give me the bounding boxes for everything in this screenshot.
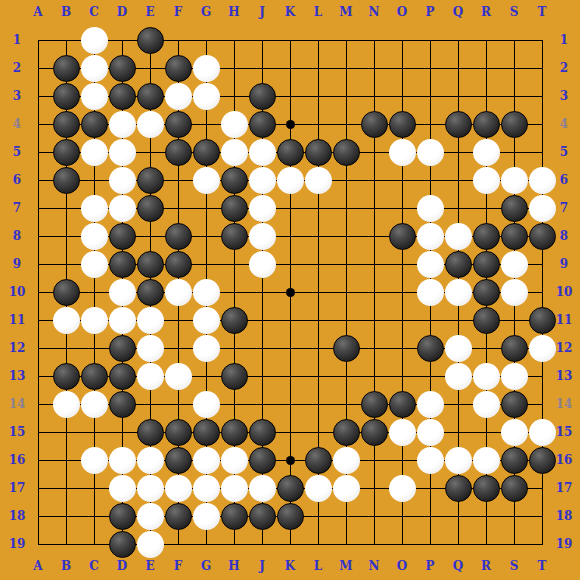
white-stone-g6 (193, 167, 220, 194)
black-stone-o4 (389, 111, 416, 138)
black-stone-h6 (221, 167, 248, 194)
col-label-top-q: Q (453, 6, 463, 18)
white-stone-f3 (165, 83, 192, 110)
black-stone-b5 (53, 139, 80, 166)
col-label-bottom-l: L (314, 560, 322, 572)
white-stone-l6 (305, 167, 332, 194)
black-stone-g15 (193, 419, 220, 446)
row-label-left-4: 4 (13, 118, 21, 130)
white-stone-d11 (109, 307, 136, 334)
black-stone-f2 (165, 55, 192, 82)
row-label-right-8: 8 (560, 230, 568, 242)
white-stone-q12 (445, 335, 472, 362)
col-label-top-c: C (89, 6, 99, 18)
row-label-left-10: 10 (9, 286, 26, 298)
white-stone-g11 (193, 307, 220, 334)
white-stone-o15 (389, 419, 416, 446)
white-stone-e16 (137, 447, 164, 474)
black-stone-b2 (53, 55, 80, 82)
white-stone-g14 (193, 391, 220, 418)
col-label-top-t: T (538, 6, 547, 18)
white-stone-t6 (529, 167, 556, 194)
white-stone-r6 (473, 167, 500, 194)
white-stone-b11 (53, 307, 80, 334)
white-stone-g17 (193, 475, 220, 502)
white-stone-j6 (249, 167, 276, 194)
white-stone-j8 (249, 223, 276, 250)
white-stone-d17 (109, 475, 136, 502)
row-label-left-11: 11 (9, 314, 26, 326)
black-stone-d13 (109, 363, 136, 390)
white-stone-j17 (249, 475, 276, 502)
white-stone-r16 (473, 447, 500, 474)
black-stone-s16 (501, 447, 528, 474)
white-stone-e11 (137, 307, 164, 334)
white-stone-g12 (193, 335, 220, 362)
col-label-bottom-d: D (117, 560, 127, 572)
black-stone-f15 (165, 419, 192, 446)
col-label-bottom-o: O (397, 560, 407, 572)
col-label-bottom-s: S (510, 560, 519, 572)
white-stone-c7 (81, 195, 108, 222)
row-label-right-9: 9 (560, 258, 568, 270)
row-label-right-17: 17 (556, 482, 573, 494)
black-stone-s4 (501, 111, 528, 138)
white-stone-d7 (109, 195, 136, 222)
black-stone-l16 (305, 447, 332, 474)
white-stone-e12 (137, 335, 164, 362)
black-stone-e6 (137, 167, 164, 194)
white-stone-e4 (137, 111, 164, 138)
black-stone-b13 (53, 363, 80, 390)
black-stone-j18 (249, 503, 276, 530)
black-stone-k17 (277, 475, 304, 502)
row-label-right-13: 13 (556, 370, 573, 382)
row-label-right-16: 16 (556, 454, 573, 466)
row-label-left-16: 16 (9, 454, 26, 466)
white-stone-g10 (193, 279, 220, 306)
black-stone-l5 (305, 139, 332, 166)
white-stone-p8 (417, 223, 444, 250)
white-stone-s15 (501, 419, 528, 446)
col-label-bottom-t: T (538, 560, 547, 572)
white-stone-p9 (417, 251, 444, 278)
black-stone-j4 (249, 111, 276, 138)
row-label-left-19: 19 (9, 538, 26, 550)
black-stone-s14 (501, 391, 528, 418)
row-label-right-5: 5 (560, 146, 568, 158)
black-stone-d18 (109, 503, 136, 530)
white-stone-g3 (193, 83, 220, 110)
row-label-left-7: 7 (13, 202, 21, 214)
white-stone-c9 (81, 251, 108, 278)
white-stone-t7 (529, 195, 556, 222)
white-stone-s6 (501, 167, 528, 194)
white-stone-p10 (417, 279, 444, 306)
col-label-bottom-h: H (228, 560, 239, 572)
white-stone-c1 (81, 27, 108, 54)
white-stone-c2 (81, 55, 108, 82)
col-label-bottom-m: M (339, 560, 352, 572)
col-label-top-d: D (117, 6, 127, 18)
black-stone-n15 (361, 419, 388, 446)
white-stone-h16 (221, 447, 248, 474)
white-stone-d10 (109, 279, 136, 306)
row-label-right-11: 11 (556, 314, 573, 326)
black-stone-s7 (501, 195, 528, 222)
black-stone-j3 (249, 83, 276, 110)
white-stone-t12 (529, 335, 556, 362)
white-stone-c14 (81, 391, 108, 418)
black-stone-q17 (445, 475, 472, 502)
white-stone-d16 (109, 447, 136, 474)
col-label-bottom-b: B (61, 560, 71, 572)
white-stone-o5 (389, 139, 416, 166)
row-label-right-3: 3 (560, 90, 568, 102)
row-label-left-9: 9 (13, 258, 21, 270)
white-stone-e17 (137, 475, 164, 502)
black-stone-e15 (137, 419, 164, 446)
col-label-bottom-j: J (259, 560, 265, 572)
white-stone-c5 (81, 139, 108, 166)
black-stone-d2 (109, 55, 136, 82)
col-label-top-a: A (33, 6, 42, 18)
col-label-top-m: M (339, 6, 352, 18)
col-label-bottom-f: F (174, 560, 183, 572)
col-label-top-f: F (174, 6, 183, 18)
black-stone-r17 (473, 475, 500, 502)
black-stone-h7 (221, 195, 248, 222)
row-label-left-17: 17 (9, 482, 26, 494)
col-label-top-o: O (397, 6, 407, 18)
black-stone-f8 (165, 223, 192, 250)
white-stone-f17 (165, 475, 192, 502)
white-stone-r13 (473, 363, 500, 390)
white-stone-c16 (81, 447, 108, 474)
black-stone-h18 (221, 503, 248, 530)
row-label-left-12: 12 (9, 342, 26, 354)
black-stone-p12 (417, 335, 444, 362)
row-label-left-1: 1 (13, 34, 21, 46)
black-stone-r8 (473, 223, 500, 250)
row-label-left-6: 6 (13, 174, 21, 186)
black-stone-c4 (81, 111, 108, 138)
col-label-bottom-c: C (89, 560, 99, 572)
row-label-right-14: 14 (556, 398, 573, 410)
col-label-top-s: S (510, 6, 519, 18)
black-stone-f9 (165, 251, 192, 278)
black-stone-j16 (249, 447, 276, 474)
row-label-left-2: 2 (13, 62, 21, 74)
white-stone-r5 (473, 139, 500, 166)
white-stone-c3 (81, 83, 108, 110)
white-stone-d4 (109, 111, 136, 138)
black-stone-h13 (221, 363, 248, 390)
black-stone-o8 (389, 223, 416, 250)
white-stone-j9 (249, 251, 276, 278)
white-stone-q8 (445, 223, 472, 250)
col-label-bottom-a: A (33, 560, 42, 572)
black-stone-h11 (221, 307, 248, 334)
black-stone-d8 (109, 223, 136, 250)
black-stone-m12 (333, 335, 360, 362)
black-stone-n14 (361, 391, 388, 418)
white-stone-p15 (417, 419, 444, 446)
black-stone-r11 (473, 307, 500, 334)
black-stone-s17 (501, 475, 528, 502)
white-stone-d5 (109, 139, 136, 166)
white-stone-j5 (249, 139, 276, 166)
white-stone-f10 (165, 279, 192, 306)
black-stone-e9 (137, 251, 164, 278)
black-stone-s12 (501, 335, 528, 362)
white-stone-g2 (193, 55, 220, 82)
row-label-right-1: 1 (560, 34, 568, 46)
black-stone-e10 (137, 279, 164, 306)
col-label-top-l: L (314, 6, 322, 18)
white-stone-e18 (137, 503, 164, 530)
white-stone-p5 (417, 139, 444, 166)
white-stone-l17 (305, 475, 332, 502)
row-label-right-12: 12 (556, 342, 573, 354)
star-point-k4 (286, 120, 295, 129)
black-stone-b10 (53, 279, 80, 306)
white-stone-h17 (221, 475, 248, 502)
black-stone-o14 (389, 391, 416, 418)
black-stone-b4 (53, 111, 80, 138)
white-stone-t15 (529, 419, 556, 446)
white-stone-p16 (417, 447, 444, 474)
row-label-right-2: 2 (560, 62, 568, 74)
black-stone-b3 (53, 83, 80, 110)
black-stone-r4 (473, 111, 500, 138)
black-stone-d19 (109, 531, 136, 558)
black-stone-t11 (529, 307, 556, 334)
star-point-k16 (286, 456, 295, 465)
white-stone-e13 (137, 363, 164, 390)
black-stone-j15 (249, 419, 276, 446)
black-stone-q4 (445, 111, 472, 138)
black-stone-d3 (109, 83, 136, 110)
black-stone-h15 (221, 419, 248, 446)
black-stone-t16 (529, 447, 556, 474)
col-label-bottom-q: Q (453, 560, 463, 572)
black-stone-e1 (137, 27, 164, 54)
row-label-right-19: 19 (556, 538, 573, 550)
white-stone-o17 (389, 475, 416, 502)
col-label-top-n: N (369, 6, 380, 18)
row-label-left-15: 15 (9, 426, 26, 438)
col-label-top-k: K (285, 6, 295, 18)
col-label-top-p: P (425, 6, 434, 18)
col-label-bottom-k: K (285, 560, 295, 572)
white-stone-r14 (473, 391, 500, 418)
black-stone-f18 (165, 503, 192, 530)
row-label-right-6: 6 (560, 174, 568, 186)
black-stone-s8 (501, 223, 528, 250)
black-stone-t8 (529, 223, 556, 250)
black-stone-f5 (165, 139, 192, 166)
black-stone-m5 (333, 139, 360, 166)
white-stone-p7 (417, 195, 444, 222)
white-stone-q13 (445, 363, 472, 390)
col-label-top-h: H (228, 6, 239, 18)
white-stone-d6 (109, 167, 136, 194)
black-stone-q9 (445, 251, 472, 278)
row-label-right-15: 15 (556, 426, 573, 438)
black-stone-f4 (165, 111, 192, 138)
black-stone-m15 (333, 419, 360, 446)
black-stone-n4 (361, 111, 388, 138)
white-stone-q10 (445, 279, 472, 306)
black-stone-c13 (81, 363, 108, 390)
black-stone-d12 (109, 335, 136, 362)
white-stone-s13 (501, 363, 528, 390)
black-stone-e3 (137, 83, 164, 110)
black-stone-r9 (473, 251, 500, 278)
black-stone-h8 (221, 223, 248, 250)
black-stone-d14 (109, 391, 136, 418)
white-stone-h4 (221, 111, 248, 138)
row-label-left-14: 14 (9, 398, 26, 410)
white-stone-s9 (501, 251, 528, 278)
row-label-right-18: 18 (556, 510, 573, 522)
white-stone-f13 (165, 363, 192, 390)
black-stone-k5 (277, 139, 304, 166)
go-board[interactable]: AABBCCDDEEFFGGHHJJKKLLMMNNOOPPQQRRSSTT11… (0, 0, 580, 580)
black-stone-g5 (193, 139, 220, 166)
white-stone-e19 (137, 531, 164, 558)
black-stone-d9 (109, 251, 136, 278)
black-stone-r10 (473, 279, 500, 306)
col-label-top-r: R (481, 6, 491, 18)
row-label-right-10: 10 (556, 286, 573, 298)
white-stone-m17 (333, 475, 360, 502)
white-stone-q16 (445, 447, 472, 474)
black-stone-b6 (53, 167, 80, 194)
row-label-right-7: 7 (560, 202, 568, 214)
white-stone-b14 (53, 391, 80, 418)
white-stone-j7 (249, 195, 276, 222)
row-label-right-4: 4 (560, 118, 568, 130)
white-stone-c11 (81, 307, 108, 334)
black-stone-e7 (137, 195, 164, 222)
white-stone-h5 (221, 139, 248, 166)
row-label-left-18: 18 (9, 510, 26, 522)
col-label-top-e: E (145, 6, 154, 18)
col-label-top-g: G (201, 6, 211, 18)
black-stone-k18 (277, 503, 304, 530)
white-stone-p14 (417, 391, 444, 418)
white-stone-c8 (81, 223, 108, 250)
star-point-k10 (286, 288, 295, 297)
col-label-bottom-e: E (145, 560, 154, 572)
row-label-left-8: 8 (13, 230, 21, 242)
black-stone-f16 (165, 447, 192, 474)
row-label-left-5: 5 (13, 146, 21, 158)
col-label-bottom-n: N (369, 560, 380, 572)
col-label-bottom-r: R (481, 560, 491, 572)
col-label-bottom-p: P (425, 560, 434, 572)
row-label-left-13: 13 (9, 370, 26, 382)
white-stone-g16 (193, 447, 220, 474)
col-label-top-b: B (61, 6, 71, 18)
white-stone-k6 (277, 167, 304, 194)
row-label-left-3: 3 (13, 90, 21, 102)
white-stone-s10 (501, 279, 528, 306)
col-label-top-j: J (259, 6, 265, 18)
white-stone-m16 (333, 447, 360, 474)
col-label-bottom-g: G (201, 560, 211, 572)
white-stone-g18 (193, 503, 220, 530)
